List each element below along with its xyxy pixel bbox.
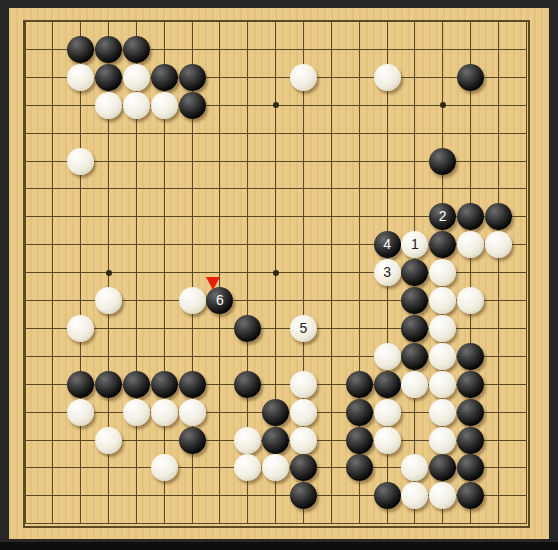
move-number-label: 2 [439, 203, 447, 230]
black-stone[interactable] [234, 315, 261, 342]
black-stone[interactable] [346, 427, 373, 454]
black-stone[interactable] [374, 371, 401, 398]
white-stone[interactable] [374, 399, 401, 426]
white-stone[interactable] [123, 64, 150, 91]
move-number-label: 5 [300, 315, 308, 342]
white-stone[interactable] [151, 92, 178, 119]
white-stone[interactable] [485, 231, 512, 258]
white-stone[interactable] [67, 315, 94, 342]
white-stone[interactable] [374, 64, 401, 91]
black-stone[interactable] [401, 343, 428, 370]
go-board[interactable]: 241365 [9, 8, 549, 539]
white-stone[interactable] [67, 399, 94, 426]
black-stone[interactable] [179, 371, 206, 398]
white-stone[interactable] [179, 287, 206, 314]
white-stone[interactable] [123, 399, 150, 426]
black-stone[interactable] [67, 371, 94, 398]
black-stone[interactable] [457, 343, 484, 370]
white-stone[interactable] [429, 343, 456, 370]
white-stone[interactable] [429, 315, 456, 342]
white-stone[interactable] [67, 64, 94, 91]
black-stone[interactable] [457, 64, 484, 91]
app-window: 241365 [0, 0, 558, 550]
white-stone[interactable] [290, 427, 317, 454]
black-stone[interactable] [262, 399, 289, 426]
black-stone[interactable] [457, 371, 484, 398]
white-stone[interactable] [95, 287, 122, 314]
white-stone[interactable] [290, 64, 317, 91]
star-point [273, 270, 279, 276]
black-stone[interactable] [346, 371, 373, 398]
black-stone[interactable] [95, 371, 122, 398]
move-number-label: 3 [383, 259, 391, 286]
white-stone[interactable]: 5 [290, 315, 317, 342]
black-stone[interactable] [262, 427, 289, 454]
black-stone[interactable] [429, 148, 456, 175]
move-number-label: 4 [383, 231, 391, 258]
white-stone[interactable] [151, 399, 178, 426]
white-stone[interactable] [95, 92, 122, 119]
move-number-label: 1 [411, 231, 419, 258]
white-stone[interactable] [151, 454, 178, 481]
white-stone[interactable] [401, 371, 428, 398]
black-stone[interactable] [234, 371, 261, 398]
white-stone[interactable] [234, 427, 261, 454]
black-stone[interactable] [179, 64, 206, 91]
board-frame-bottom-edge [0, 542, 558, 550]
white-stone[interactable] [429, 399, 456, 426]
black-stone[interactable] [179, 92, 206, 119]
star-point [440, 102, 446, 108]
white-stone[interactable] [123, 92, 150, 119]
white-stone[interactable] [95, 427, 122, 454]
black-stone[interactable] [457, 399, 484, 426]
black-stone[interactable] [457, 427, 484, 454]
white-stone[interactable] [457, 287, 484, 314]
black-stone[interactable] [374, 482, 401, 509]
white-stone[interactable] [429, 427, 456, 454]
black-stone[interactable] [346, 399, 373, 426]
red-triangle-marker [206, 277, 221, 291]
white-stone[interactable] [374, 343, 401, 370]
black-stone[interactable] [346, 454, 373, 481]
white-stone[interactable] [429, 371, 456, 398]
white-stone[interactable] [67, 148, 94, 175]
black-stone[interactable] [151, 64, 178, 91]
white-stone[interactable] [290, 371, 317, 398]
white-stone[interactable]: 3 [374, 259, 401, 286]
black-stone[interactable] [123, 36, 150, 63]
black-stone[interactable] [67, 36, 94, 63]
black-stone[interactable] [151, 371, 178, 398]
white-stone[interactable] [290, 399, 317, 426]
move-number-label: 6 [216, 287, 224, 314]
black-stone[interactable] [123, 371, 150, 398]
white-stone[interactable] [374, 427, 401, 454]
black-stone[interactable]: 4 [374, 231, 401, 258]
black-stone[interactable] [179, 427, 206, 454]
star-point [273, 102, 279, 108]
white-stone[interactable] [179, 399, 206, 426]
black-stone[interactable] [95, 64, 122, 91]
black-stone[interactable] [95, 36, 122, 63]
star-point [106, 270, 112, 276]
